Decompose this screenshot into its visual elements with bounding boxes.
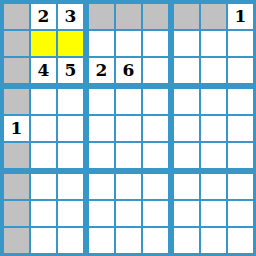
cell-r6c8[interactable]: [201, 143, 226, 168]
cell-r3c6[interactable]: [143, 58, 168, 83]
cell-r2c4[interactable]: [89, 31, 114, 56]
cell-r6c7[interactable]: [174, 143, 199, 168]
cell-r3c7[interactable]: [174, 58, 199, 83]
cell-r2c1[interactable]: [4, 31, 29, 56]
cell-r7c8[interactable]: [201, 174, 226, 199]
cell-r1c6[interactable]: [143, 4, 168, 29]
cell-r8c1[interactable]: [4, 201, 29, 226]
cell-r7c4[interactable]: [89, 174, 114, 199]
cell-r4c1[interactable]: [4, 89, 29, 114]
cell-r1c2[interactable]: 2: [31, 4, 56, 29]
cell-r8c9[interactable]: [228, 201, 253, 226]
cell-r8c4[interactable]: [89, 201, 114, 226]
cell-r4c5[interactable]: [116, 89, 141, 114]
cell-r4c2[interactable]: [31, 89, 56, 114]
cell-r7c3[interactable]: [58, 174, 83, 199]
cell-r9c9[interactable]: [228, 228, 253, 253]
cell-r9c2[interactable]: [31, 228, 56, 253]
cell-r7c2[interactable]: [31, 174, 56, 199]
cell-r9c6[interactable]: [143, 228, 168, 253]
cell-r9c3[interactable]: [58, 228, 83, 253]
cell-r1c7[interactable]: [174, 4, 199, 29]
cell-r4c4[interactable]: [89, 89, 114, 114]
cell-r5c8[interactable]: [201, 116, 226, 141]
sudoku-board: 23145261: [0, 0, 256, 256]
cell-r2c3[interactable]: [58, 31, 83, 56]
cell-r5c3[interactable]: [58, 116, 83, 141]
cell-r5c9[interactable]: [228, 116, 253, 141]
cell-r3c3[interactable]: 5: [58, 58, 83, 83]
cell-r1c3[interactable]: 3: [58, 4, 83, 29]
cell-r3c4[interactable]: 2: [89, 58, 114, 83]
cell-r7c5[interactable]: [116, 174, 141, 199]
cell-r8c5[interactable]: [116, 201, 141, 226]
cell-r5c7[interactable]: [174, 116, 199, 141]
cell-r6c3[interactable]: [58, 143, 83, 168]
cell-r8c3[interactable]: [58, 201, 83, 226]
cell-r5c4[interactable]: [89, 116, 114, 141]
cell-r2c6[interactable]: [143, 31, 168, 56]
cell-r5c2[interactable]: [31, 116, 56, 141]
cell-r6c4[interactable]: [89, 143, 114, 168]
cell-r6c9[interactable]: [228, 143, 253, 168]
cell-r1c5[interactable]: [116, 4, 141, 29]
cell-r7c6[interactable]: [143, 174, 168, 199]
cell-r1c9[interactable]: 1: [228, 4, 253, 29]
cell-r1c1[interactable]: [4, 4, 29, 29]
cell-r2c9[interactable]: [228, 31, 253, 56]
cell-r3c1[interactable]: [4, 58, 29, 83]
cell-r5c5[interactable]: [116, 116, 141, 141]
cell-r9c7[interactable]: [174, 228, 199, 253]
cell-r4c9[interactable]: [228, 89, 253, 114]
cell-r3c5[interactable]: 6: [116, 58, 141, 83]
cell-r8c6[interactable]: [143, 201, 168, 226]
cell-r9c1[interactable]: [4, 228, 29, 253]
cell-r6c1[interactable]: [4, 143, 29, 168]
cell-r2c8[interactable]: [201, 31, 226, 56]
cell-r8c2[interactable]: [31, 201, 56, 226]
cell-r2c5[interactable]: [116, 31, 141, 56]
cell-r8c8[interactable]: [201, 201, 226, 226]
cell-r7c7[interactable]: [174, 174, 199, 199]
cell-r4c3[interactable]: [58, 89, 83, 114]
cell-r9c5[interactable]: [116, 228, 141, 253]
cell-r1c4[interactable]: [89, 4, 114, 29]
cell-r7c9[interactable]: [228, 174, 253, 199]
cell-r4c7[interactable]: [174, 89, 199, 114]
cell-r9c4[interactable]: [89, 228, 114, 253]
cell-r6c2[interactable]: [31, 143, 56, 168]
cell-r5c6[interactable]: [143, 116, 168, 141]
cell-r2c7[interactable]: [174, 31, 199, 56]
cell-r6c5[interactable]: [116, 143, 141, 168]
cell-r3c9[interactable]: [228, 58, 253, 83]
cell-r4c6[interactable]: [143, 89, 168, 114]
cell-r1c8[interactable]: [201, 4, 226, 29]
cell-r5c1[interactable]: 1: [4, 116, 29, 141]
cell-r7c1[interactable]: [4, 174, 29, 199]
cell-r8c7[interactable]: [174, 201, 199, 226]
cell-r6c6[interactable]: [143, 143, 168, 168]
cell-r3c8[interactable]: [201, 58, 226, 83]
cell-r4c8[interactable]: [201, 89, 226, 114]
cell-r9c8[interactable]: [201, 228, 226, 253]
cell-r2c2[interactable]: [31, 31, 56, 56]
cell-r3c2[interactable]: 4: [31, 58, 56, 83]
